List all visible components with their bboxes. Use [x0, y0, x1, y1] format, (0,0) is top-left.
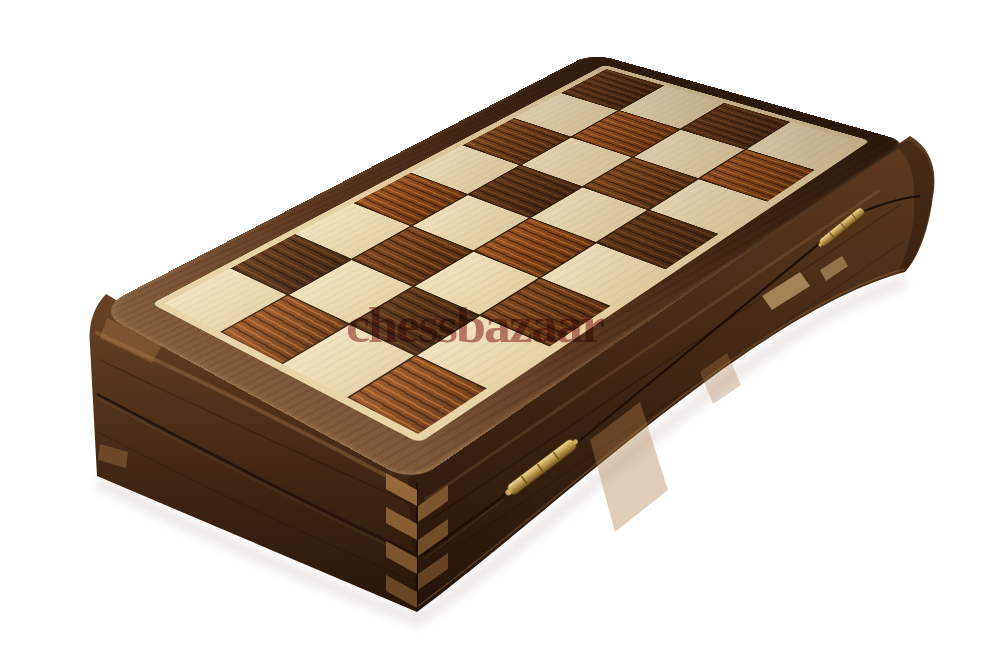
- product-photo-scene: chessbazaar: [0, 0, 1000, 667]
